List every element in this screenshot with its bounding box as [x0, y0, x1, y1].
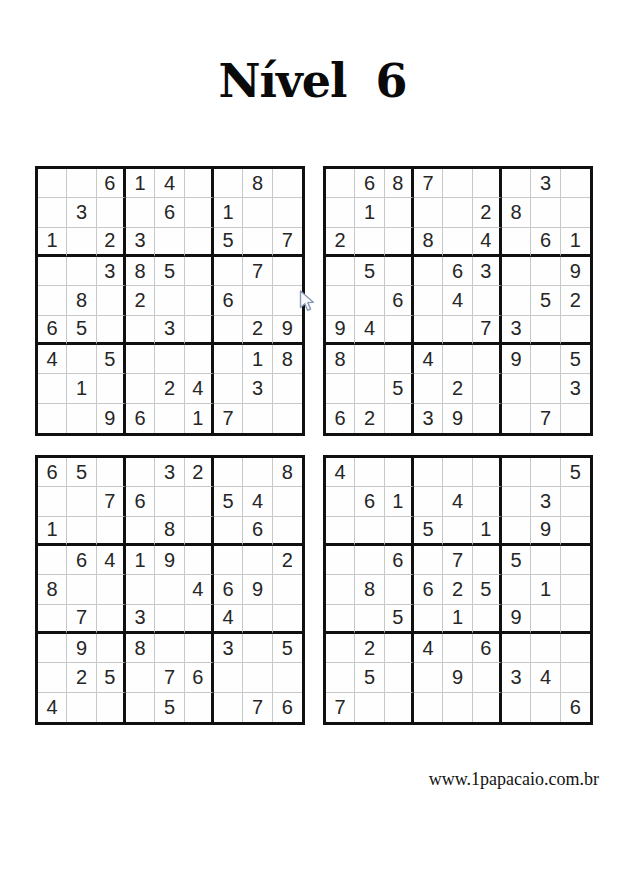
- grid1-cell-r5c5: [155, 286, 184, 315]
- grid1-cell-r1c4: 1: [126, 169, 155, 198]
- grid4-cell-r5c4: 6: [414, 575, 443, 604]
- grid4-cell-r9c7: [502, 693, 531, 722]
- grid3-cell-r1c1: 6: [38, 458, 67, 487]
- grid3-cell-r7c4: 8: [126, 634, 155, 663]
- grid4-cell-r6c7: 9: [502, 605, 531, 634]
- grid2-cell-r4c1: [326, 257, 355, 286]
- grid4-cell-r6c6: [473, 605, 502, 634]
- sudoku-grid-bottom-right: 45614351967586251519246593476: [323, 455, 593, 725]
- grid1-cell-r4c5: 5: [155, 257, 184, 286]
- grid3-cell-r3c8: 6: [243, 517, 272, 546]
- grid2-cell-r4c6: 3: [473, 257, 502, 286]
- grid1-cell-r9c9: [273, 404, 302, 433]
- grid3-cell-r4c3: 4: [97, 546, 126, 575]
- grid3-cell-r8c8: [243, 663, 272, 692]
- grid3-cell-r9c7: [214, 693, 243, 722]
- grid1-cell-r4c8: 7: [243, 257, 272, 286]
- grid2-cell-r1c2: 6: [355, 169, 384, 198]
- grid4-cell-r4c7: 5: [502, 546, 531, 575]
- grid1-cell-r9c6: 1: [185, 404, 214, 433]
- grid2-cell-r1c1: [326, 169, 355, 198]
- grid2-cell-r5c7: [502, 286, 531, 315]
- grid3-cell-r6c3: [97, 605, 126, 634]
- grid4-cell-r3c6: 1: [473, 517, 502, 546]
- grid3-cell-r4c8: [243, 546, 272, 575]
- grid4-cell-r4c4: [414, 546, 443, 575]
- grid3-cell-r5c2: [67, 575, 96, 604]
- grid1-cell-r3c5: [155, 228, 184, 257]
- grid4-cell-r2c8: 3: [531, 487, 560, 516]
- grid2-cell-r5c3: 6: [385, 286, 414, 315]
- grid1-cell-r6c8: 2: [243, 316, 272, 345]
- grid2-cell-r4c5: 6: [443, 257, 472, 286]
- grid3-cell-r6c8: [243, 605, 272, 634]
- grid1-cell-r8c7: [214, 374, 243, 403]
- grid2-cell-r8c1: [326, 374, 355, 403]
- grid2-cell-r5c6: [473, 286, 502, 315]
- grid1-cell-r6c7: [214, 316, 243, 345]
- grid4-cell-r6c4: [414, 605, 443, 634]
- grid2-cell-r4c8: [531, 257, 560, 286]
- grid1-cell-r2c9: [273, 198, 302, 227]
- grid2-cell-r7c6: [473, 345, 502, 374]
- grid1-cell-r2c8: [243, 198, 272, 227]
- grid3-cell-r2c2: [67, 487, 96, 516]
- grid4-cell-r5c7: [502, 575, 531, 604]
- watermark-url: www.1papacaio.com.br: [429, 769, 599, 790]
- grid4-cell-r5c9: [561, 575, 590, 604]
- grid2-cell-r9c5: 9: [443, 404, 472, 433]
- grid1-cell-r2c6: [185, 198, 214, 227]
- grid3-cell-r8c7: [214, 663, 243, 692]
- grid3-cell-r2c8: 4: [243, 487, 272, 516]
- grid1-cell-r3c4: 3: [126, 228, 155, 257]
- grid2-cell-r2c2: 1: [355, 198, 384, 227]
- grid3-cell-r4c1: [38, 546, 67, 575]
- grid1-cell-r5c4: 2: [126, 286, 155, 315]
- grid2-cell-r9c7: [502, 404, 531, 433]
- grid1-cell-r5c6: [185, 286, 214, 315]
- grid2-cell-r7c3: [385, 345, 414, 374]
- grid2-cell-r4c9: 9: [561, 257, 590, 286]
- grid2-cell-r2c6: 2: [473, 198, 502, 227]
- grid2-cell-r9c1: 6: [326, 404, 355, 433]
- grid4-cell-r8c1: [326, 663, 355, 692]
- grid1-cell-r1c2: [67, 169, 96, 198]
- grid4-cell-r2c2: 6: [355, 487, 384, 516]
- page-title: Nível 6: [0, 54, 625, 108]
- grid3-cell-r7c9: 5: [273, 634, 302, 663]
- grid1-cell-r8c8: 3: [243, 374, 272, 403]
- grid2-cell-r7c2: [355, 345, 384, 374]
- grid2-cell-r6c7: 3: [502, 316, 531, 345]
- grid4-cell-r1c2: [355, 458, 384, 487]
- grid2-cell-r6c5: [443, 316, 472, 345]
- grid3-cell-r9c8: 7: [243, 693, 272, 722]
- grid1-cell-r1c8: 8: [243, 169, 272, 198]
- grid2-cell-r8c5: 2: [443, 374, 472, 403]
- grid2-cell-r3c6: 4: [473, 228, 502, 257]
- grid4-cell-r3c2: [355, 517, 384, 546]
- grid2-cell-r9c3: [385, 404, 414, 433]
- sudoku-grid-bottom-left: 653287654186641928469734983525764576: [35, 455, 305, 725]
- grid4-cell-r7c2: 2: [355, 634, 384, 663]
- grid2-cell-r6c9: [561, 316, 590, 345]
- grid1-cell-r2c3: [97, 198, 126, 227]
- grid3-cell-r6c5: [155, 605, 184, 634]
- grid2-cell-r9c9: [561, 404, 590, 433]
- grid2-cell-r5c9: 2: [561, 286, 590, 315]
- grid3-cell-r7c1: [38, 634, 67, 663]
- grid1-cell-r8c5: 2: [155, 374, 184, 403]
- grid3-cell-r5c3: [97, 575, 126, 604]
- grid3-cell-r8c3: 5: [97, 663, 126, 692]
- grid3-cell-r9c5: 5: [155, 693, 184, 722]
- grid4-cell-r6c3: 5: [385, 605, 414, 634]
- grid1-cell-r2c7: 1: [214, 198, 243, 227]
- grid2-cell-r8c2: [355, 374, 384, 403]
- grid4-cell-r7c8: [531, 634, 560, 663]
- grid1-cell-r4c9: [273, 257, 302, 286]
- grid2-cell-r7c5: [443, 345, 472, 374]
- grid3-cell-r7c3: [97, 634, 126, 663]
- grid2-cell-r1c9: [561, 169, 590, 198]
- grid4-cell-r8c3: [385, 663, 414, 692]
- grid1-cell-r3c6: [185, 228, 214, 257]
- grid2-cell-r6c8: [531, 316, 560, 345]
- grid4-cell-r9c9: 6: [561, 693, 590, 722]
- grid1-cell-r6c6: [185, 316, 214, 345]
- grid2-cell-r3c4: 8: [414, 228, 443, 257]
- grid4-cell-r1c1: 4: [326, 458, 355, 487]
- grid3-cell-r1c7: [214, 458, 243, 487]
- grid1-cell-r6c4: [126, 316, 155, 345]
- grid1-cell-r9c3: 9: [97, 404, 126, 433]
- grid4-cell-r6c2: [355, 605, 384, 634]
- grid3-cell-r9c6: [185, 693, 214, 722]
- grid2-cell-r8c3: 5: [385, 374, 414, 403]
- grid3-cell-r1c8: [243, 458, 272, 487]
- grid4-cell-r4c3: 6: [385, 546, 414, 575]
- grid4-cell-r4c9: [561, 546, 590, 575]
- grid1-cell-r8c3: [97, 374, 126, 403]
- grid3-cell-r3c2: [67, 517, 96, 546]
- grid4-cell-r2c7: [502, 487, 531, 516]
- grid1-cell-r6c5: 3: [155, 316, 184, 345]
- grid4-cell-r9c4: [414, 693, 443, 722]
- grid3-cell-r4c9: 2: [273, 546, 302, 575]
- grid1-cell-r3c3: 2: [97, 228, 126, 257]
- grid3-cell-r2c3: 7: [97, 487, 126, 516]
- grid1-cell-r1c3: 6: [97, 169, 126, 198]
- grid4-cell-r1c7: [502, 458, 531, 487]
- grid2-cell-r1c4: 7: [414, 169, 443, 198]
- grid1-cell-r3c8: [243, 228, 272, 257]
- grid1-cell-r9c1: [38, 404, 67, 433]
- grid2-cell-r3c5: [443, 228, 472, 257]
- grid4-cell-r1c4: [414, 458, 443, 487]
- grid2-cell-r4c4: [414, 257, 443, 286]
- grid3-cell-r7c7: 3: [214, 634, 243, 663]
- grid2-cell-r8c4: [414, 374, 443, 403]
- grid2-cell-r1c3: 8: [385, 169, 414, 198]
- grid2-cell-r2c1: [326, 198, 355, 227]
- sudoku-grid-top-left: 614836112357385782665329451812439617: [35, 166, 305, 436]
- grid4-cell-r8c2: 5: [355, 663, 384, 692]
- grid2-cell-r1c7: [502, 169, 531, 198]
- grid1-cell-r1c6: [185, 169, 214, 198]
- grid4-cell-r6c9: [561, 605, 590, 634]
- grid1-cell-r1c5: 4: [155, 169, 184, 198]
- grid1-cell-r8c4: [126, 374, 155, 403]
- grid2-cell-r6c6: 7: [473, 316, 502, 345]
- grid2-cell-r2c9: [561, 198, 590, 227]
- grid1-cell-r4c4: 8: [126, 257, 155, 286]
- grid2-cell-r6c3: [385, 316, 414, 345]
- grid3-cell-r8c5: 7: [155, 663, 184, 692]
- grid1-cell-r4c1: [38, 257, 67, 286]
- grid3-cell-r4c5: 9: [155, 546, 184, 575]
- grid2-cell-r7c4: 4: [414, 345, 443, 374]
- grid3-cell-r1c3: [97, 458, 126, 487]
- grid1-cell-r7c2: [67, 345, 96, 374]
- grid1-cell-r2c5: 6: [155, 198, 184, 227]
- grid4-cell-r7c5: [443, 634, 472, 663]
- grid1-cell-r8c1: [38, 374, 67, 403]
- grid3-cell-r7c2: 9: [67, 634, 96, 663]
- grid4-cell-r5c1: [326, 575, 355, 604]
- grid2-cell-r3c7: [502, 228, 531, 257]
- grid4-cell-r7c3: [385, 634, 414, 663]
- grid1-cell-r9c4: 6: [126, 404, 155, 433]
- grid3-cell-r3c6: [185, 517, 214, 546]
- grid1-cell-r3c2: [67, 228, 96, 257]
- grid3-cell-r5c4: [126, 575, 155, 604]
- grid4-cell-r8c7: 3: [502, 663, 531, 692]
- grid4-cell-r7c7: [502, 634, 531, 663]
- grid4-cell-r9c1: 7: [326, 693, 355, 722]
- grid1-cell-r3c1: 1: [38, 228, 67, 257]
- grid3-cell-r6c9: [273, 605, 302, 634]
- grid2-cell-r6c1: 9: [326, 316, 355, 345]
- grid1-cell-r9c7: 7: [214, 404, 243, 433]
- grid3-cell-r1c4: [126, 458, 155, 487]
- grid2-cell-r5c2: [355, 286, 384, 315]
- grid4-cell-r4c2: [355, 546, 384, 575]
- grid4-cell-r3c9: [561, 517, 590, 546]
- grid4-cell-r2c5: 4: [443, 487, 472, 516]
- grid4-cell-r9c6: [473, 693, 502, 722]
- grid3-cell-r9c9: 6: [273, 693, 302, 722]
- grid1-cell-r5c3: [97, 286, 126, 315]
- grid3-cell-r3c1: 1: [38, 517, 67, 546]
- grid1-cell-r7c5: [155, 345, 184, 374]
- grid4-cell-r1c9: 5: [561, 458, 590, 487]
- grid1-cell-r7c7: [214, 345, 243, 374]
- grid4-cell-r5c5: 2: [443, 575, 472, 604]
- grid3-cell-r9c2: [67, 693, 96, 722]
- grid4-cell-r4c8: [531, 546, 560, 575]
- grid1-cell-r3c7: 5: [214, 228, 243, 257]
- grid1-cell-r1c7: [214, 169, 243, 198]
- grid4-cell-r4c1: [326, 546, 355, 575]
- grid3-cell-r5c5: [155, 575, 184, 604]
- grid2-cell-r3c1: 2: [326, 228, 355, 257]
- grid3-cell-r6c4: 3: [126, 605, 155, 634]
- grid4-cell-r3c7: [502, 517, 531, 546]
- grid3-cell-r6c7: 4: [214, 605, 243, 634]
- grid1-cell-r7c6: [185, 345, 214, 374]
- grid1-cell-r5c2: 8: [67, 286, 96, 315]
- grid4-cell-r9c2: [355, 693, 384, 722]
- grid1-cell-r6c9: 9: [273, 316, 302, 345]
- grid3-cell-r2c7: 5: [214, 487, 243, 516]
- grid1-cell-r7c4: [126, 345, 155, 374]
- grid3-cell-r8c1: [38, 663, 67, 692]
- grid2-cell-r9c2: 2: [355, 404, 384, 433]
- grid1-cell-r8c9: [273, 374, 302, 403]
- grid2-cell-r1c6: [473, 169, 502, 198]
- grid2-cell-r9c4: 3: [414, 404, 443, 433]
- grid1-cell-r2c4: [126, 198, 155, 227]
- grid4-cell-r3c5: [443, 517, 472, 546]
- grid4-cell-r3c8: 9: [531, 517, 560, 546]
- grid3-cell-r2c4: 6: [126, 487, 155, 516]
- grid4-cell-r6c5: 1: [443, 605, 472, 634]
- grid4-cell-r5c3: [385, 575, 414, 604]
- grid1-cell-r5c1: [38, 286, 67, 315]
- grid2-cell-r8c9: 3: [561, 374, 590, 403]
- grid4-cell-r8c5: 9: [443, 663, 472, 692]
- grid3-cell-r1c9: 8: [273, 458, 302, 487]
- grid4-cell-r4c6: [473, 546, 502, 575]
- grid4-cell-r6c1: [326, 605, 355, 634]
- grid2-cell-r5c5: 4: [443, 286, 472, 315]
- grid1-cell-r7c3: 5: [97, 345, 126, 374]
- grid2-cell-r7c8: [531, 345, 560, 374]
- grid1-cell-r8c6: 4: [185, 374, 214, 403]
- grid4-cell-r9c8: [531, 693, 560, 722]
- grid4-cell-r4c5: 7: [443, 546, 472, 575]
- grid3-cell-r5c8: 9: [243, 575, 272, 604]
- grid2-cell-r5c8: 5: [531, 286, 560, 315]
- grid4-cell-r7c4: 4: [414, 634, 443, 663]
- grid1-cell-r5c7: 6: [214, 286, 243, 315]
- grid3-cell-r5c1: 8: [38, 575, 67, 604]
- grid1-cell-r5c9: [273, 286, 302, 315]
- grid3-cell-r4c2: 6: [67, 546, 96, 575]
- grid4-cell-r1c6: [473, 458, 502, 487]
- grid3-cell-r6c2: 7: [67, 605, 96, 634]
- grid4-cell-r9c3: [385, 693, 414, 722]
- grid2-cell-r8c7: [502, 374, 531, 403]
- grid2-cell-r4c2: 5: [355, 257, 384, 286]
- grid3-cell-r1c2: 5: [67, 458, 96, 487]
- grid2-cell-r3c3: [385, 228, 414, 257]
- grid4-cell-r1c3: [385, 458, 414, 487]
- grid2-cell-r4c3: [385, 257, 414, 286]
- grid4-cell-r9c5: [443, 693, 472, 722]
- grid2-cell-r8c6: [473, 374, 502, 403]
- grid2-cell-r3c2: [355, 228, 384, 257]
- grid3-cell-r6c1: [38, 605, 67, 634]
- grid2-cell-r2c5: [443, 198, 472, 227]
- grid4-cell-r8c6: [473, 663, 502, 692]
- grid3-cell-r5c7: 6: [214, 575, 243, 604]
- grid3-cell-r8c4: [126, 663, 155, 692]
- grid4-cell-r5c2: 8: [355, 575, 384, 604]
- grid1-cell-r8c2: 1: [67, 374, 96, 403]
- grid1-cell-r6c2: 5: [67, 316, 96, 345]
- grid4-cell-r2c3: 1: [385, 487, 414, 516]
- grid3-cell-r4c4: 1: [126, 546, 155, 575]
- grid4-cell-r5c8: 1: [531, 575, 560, 604]
- grid3-cell-r9c1: 4: [38, 693, 67, 722]
- grid1-cell-r2c1: [38, 198, 67, 227]
- grid1-cell-r5c8: [243, 286, 272, 315]
- grid1-cell-r4c3: 3: [97, 257, 126, 286]
- grid3-cell-r8c2: 2: [67, 663, 96, 692]
- grid4-cell-r2c1: [326, 487, 355, 516]
- grid4-cell-r5c6: 5: [473, 575, 502, 604]
- grid2-cell-r3c9: 1: [561, 228, 590, 257]
- grid4-cell-r2c4: [414, 487, 443, 516]
- grid2-cell-r9c6: [473, 404, 502, 433]
- grid2-cell-r5c1: [326, 286, 355, 315]
- grid3-cell-r4c7: [214, 546, 243, 575]
- grid3-cell-r6c6: [185, 605, 214, 634]
- grid2-cell-r2c4: [414, 198, 443, 227]
- grid1-cell-r9c2: [67, 404, 96, 433]
- grid1-cell-r2c2: 3: [67, 198, 96, 227]
- grid4-cell-r3c3: [385, 517, 414, 546]
- grid3-cell-r2c9: [273, 487, 302, 516]
- grid3-cell-r7c8: [243, 634, 272, 663]
- grid1-cell-r6c3: [97, 316, 126, 345]
- grid3-cell-r2c5: [155, 487, 184, 516]
- grid4-cell-r8c8: 4: [531, 663, 560, 692]
- grid3-cell-r3c3: [97, 517, 126, 546]
- grid2-cell-r5c4: [414, 286, 443, 315]
- grid4-cell-r7c9: [561, 634, 590, 663]
- grid2-cell-r4c7: [502, 257, 531, 286]
- grid2-cell-r8c8: [531, 374, 560, 403]
- grid2-cell-r7c1: 8: [326, 345, 355, 374]
- grid2-cell-r1c8: 3: [531, 169, 560, 198]
- grid4-cell-r7c1: [326, 634, 355, 663]
- grid2-cell-r2c7: 8: [502, 198, 531, 227]
- grid3-cell-r8c9: [273, 663, 302, 692]
- grid1-cell-r4c6: [185, 257, 214, 286]
- grid3-cell-r3c7: [214, 517, 243, 546]
- grid3-cell-r7c6: [185, 634, 214, 663]
- grid1-cell-r1c1: [38, 169, 67, 198]
- grid2-cell-r9c8: 7: [531, 404, 560, 433]
- grid3-cell-r5c6: 4: [185, 575, 214, 604]
- grid1-cell-r1c9: [273, 169, 302, 198]
- grid3-cell-r3c5: 8: [155, 517, 184, 546]
- grid2-cell-r1c5: [443, 169, 472, 198]
- grid3-cell-r1c6: 2: [185, 458, 214, 487]
- grid3-cell-r3c9: [273, 517, 302, 546]
- grid2-cell-r7c9: 5: [561, 345, 590, 374]
- grid3-cell-r2c6: [185, 487, 214, 516]
- grid4-cell-r2c6: [473, 487, 502, 516]
- grid2-cell-r6c2: 4: [355, 316, 384, 345]
- grid2-cell-r7c7: 9: [502, 345, 531, 374]
- grid1-cell-r7c1: 4: [38, 345, 67, 374]
- grid4-cell-r8c4: [414, 663, 443, 692]
